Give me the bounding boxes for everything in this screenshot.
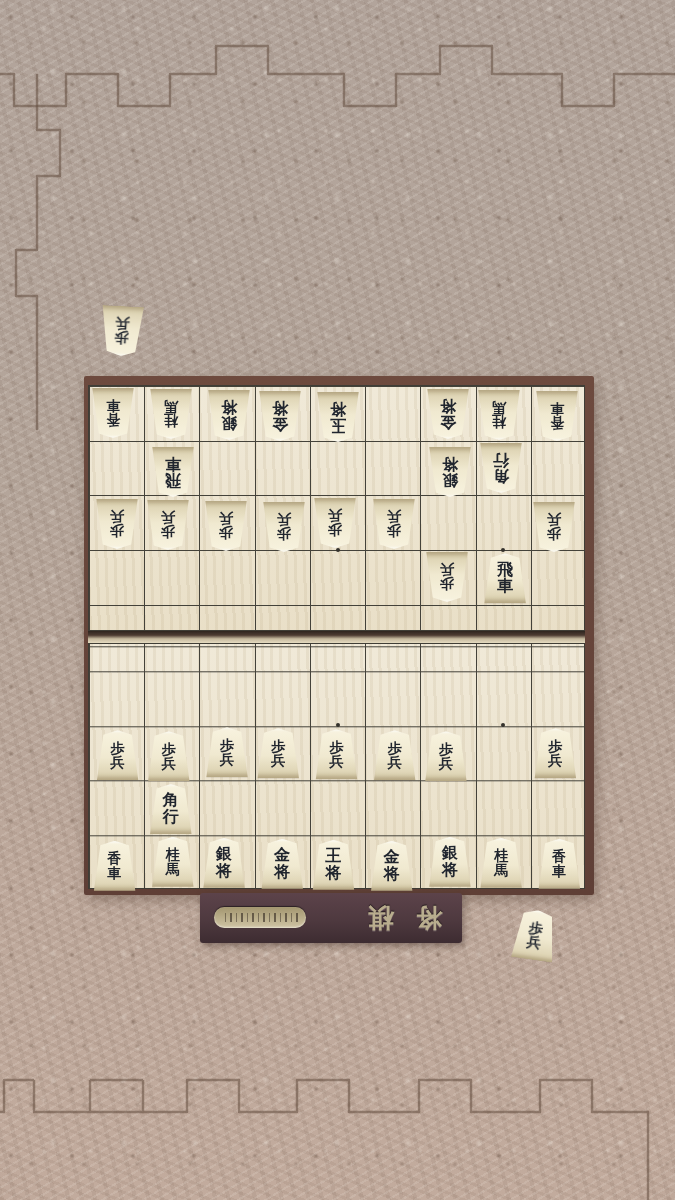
board-fold-hinge xyxy=(88,631,585,643)
piece-kanji: 兵 xyxy=(388,755,402,770)
piece-kanji: 角 xyxy=(163,792,179,809)
piece-kanji: 王 xyxy=(325,848,341,865)
piece-kanji: 歩 xyxy=(219,526,233,541)
piece-kanji: 銀 xyxy=(221,415,237,432)
piece-kanji: 飛 xyxy=(165,472,181,489)
piece-kanji: 車 xyxy=(108,866,122,881)
piece-kanji: 兵 xyxy=(115,316,130,331)
piece-kanji: 兵 xyxy=(162,756,176,771)
piece-kanji: 兵 xyxy=(548,753,562,768)
piece-kanji: 馬 xyxy=(492,401,506,416)
piece-kanji: 歩 xyxy=(548,739,562,754)
piece-kanji: 兵 xyxy=(328,508,342,523)
piece-kanji: 金 xyxy=(272,416,288,433)
piece-kanji: 兵 xyxy=(439,756,453,771)
piece-kanji: 銀 xyxy=(442,472,458,489)
piece-kanji: 桂 xyxy=(164,414,178,429)
piece-kanji: 兵 xyxy=(111,755,125,770)
piece-kanji: 将 xyxy=(216,863,232,880)
star-point xyxy=(501,548,505,552)
piece-kanji: 飛 xyxy=(497,562,513,579)
star-point xyxy=(336,548,340,552)
piece-kanji: 玉 xyxy=(330,417,346,434)
piece-kanji: 歩 xyxy=(440,577,454,592)
piece-kanji: 兵 xyxy=(219,511,233,526)
piece-kanji: 馬 xyxy=(494,863,508,878)
piece-tray: 将棋 xyxy=(200,893,462,943)
piece-kanji: 歩 xyxy=(388,741,402,756)
piece-kanji: 香 xyxy=(550,416,564,431)
piece-kanji: 金 xyxy=(274,847,290,864)
piece-kanji: 歩 xyxy=(271,739,285,754)
piece-kanji: 将 xyxy=(272,400,288,417)
piece-kanji: 馬 xyxy=(164,400,178,415)
piece-kanji: 香 xyxy=(106,413,120,428)
piece-kanji: 行 xyxy=(163,809,179,826)
piece-kanji: 香 xyxy=(108,851,122,866)
piece-kanji: 桂 xyxy=(166,847,180,862)
piece-kanji: 車 xyxy=(497,578,513,595)
piece-kanji: 将 xyxy=(384,866,400,883)
piece-kanji: 桂 xyxy=(492,415,506,430)
piece-kanji: 歩 xyxy=(439,742,453,757)
piece-kanji: 歩 xyxy=(162,742,176,757)
piece-kanji: 車 xyxy=(106,399,120,414)
piece-kanji: 兵 xyxy=(329,754,343,769)
tray-logo-text: 将棋 xyxy=(346,901,448,936)
piece-kanji: 桂 xyxy=(494,848,508,863)
piece-kanji: 兵 xyxy=(440,563,454,578)
piece-kanji: 歩 xyxy=(161,525,175,540)
piece-kanji: 兵 xyxy=(271,753,285,768)
piece-kanji: 兵 xyxy=(220,752,234,767)
piece-kanji: 将 xyxy=(274,864,290,881)
piece-kanji: 兵 xyxy=(526,934,542,950)
piece-kanji: 将 xyxy=(325,865,341,882)
piece-kanji: 将 xyxy=(330,401,346,418)
piece-kanji: 将 xyxy=(442,862,458,879)
piece-kanji: 金 xyxy=(384,849,400,866)
piece-kanji: 銀 xyxy=(216,846,232,863)
piece-kanji: 行 xyxy=(493,452,509,469)
piece-kanji: 車 xyxy=(552,864,566,879)
tray-embossed-face: 将棋 xyxy=(200,893,462,943)
piece-kanji: 車 xyxy=(550,402,564,417)
piece-kanji: 兵 xyxy=(277,512,291,527)
piece-kanji: 歩 xyxy=(111,741,125,756)
piece-kanji: 将 xyxy=(221,399,237,416)
star-point xyxy=(501,723,505,727)
piece-kanji: 兵 xyxy=(547,512,561,527)
piece-kanji: 香 xyxy=(552,849,566,864)
piece-kanji: 将 xyxy=(442,456,458,473)
piece-kanji: 歩 xyxy=(547,527,561,542)
piece-kanji: 兵 xyxy=(161,510,175,525)
brand-capsule-icon xyxy=(214,908,306,929)
piece-kanji: 金 xyxy=(440,414,456,431)
photo-of-shogi-set: 香車桂馬銀将金将玉将金将桂馬香車飛車銀将角行歩兵歩兵歩兵歩兵歩兵歩兵歩兵歩兵飛車… xyxy=(0,0,675,1200)
piece-kanji: 歩 xyxy=(329,740,343,755)
piece-kanji: 歩 xyxy=(114,331,129,346)
piece-kanji: 兵 xyxy=(110,509,124,524)
piece-kanji: 歩 xyxy=(328,523,342,538)
star-point xyxy=(336,723,340,727)
piece-kanji: 銀 xyxy=(442,845,458,862)
piece-kanji: 兵 xyxy=(387,509,401,524)
piece-kanji: 馬 xyxy=(166,862,180,877)
piece-kanji: 歩 xyxy=(387,524,401,539)
piece-kanji: 歩 xyxy=(220,738,234,753)
piece-kanji: 将 xyxy=(440,398,456,415)
piece-kanji: 歩 xyxy=(277,527,291,542)
piece-kanji: 角 xyxy=(493,468,509,485)
piece-kanji: 車 xyxy=(165,456,181,473)
piece-kanji: 歩 xyxy=(110,524,124,539)
